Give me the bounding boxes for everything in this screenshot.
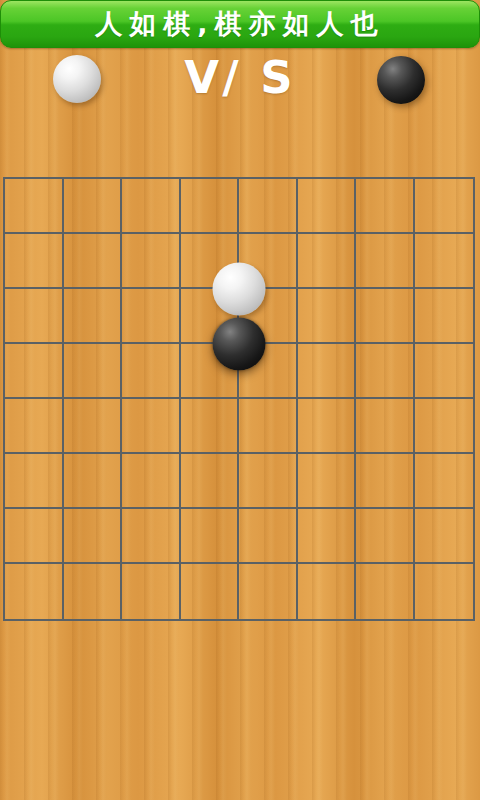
board-cell[interactable]	[415, 454, 474, 509]
board-cell[interactable]	[415, 344, 474, 399]
board-cell[interactable]	[64, 179, 123, 234]
board-cell[interactable]	[415, 399, 474, 454]
board-cell[interactable]	[64, 399, 123, 454]
board-cell[interactable]	[64, 289, 123, 344]
board-cell[interactable]	[181, 344, 240, 399]
board-cell[interactable]	[415, 289, 474, 344]
board-cell[interactable]	[356, 399, 415, 454]
board-cell[interactable]	[181, 564, 240, 619]
board-cell[interactable]	[5, 344, 64, 399]
board-cell[interactable]	[5, 564, 64, 619]
board-cell[interactable]	[239, 509, 298, 564]
game-board[interactable]	[3, 177, 475, 621]
board-cell[interactable]	[356, 454, 415, 509]
board-cell[interactable]	[181, 234, 240, 289]
board-cell[interactable]	[356, 344, 415, 399]
board-cell[interactable]	[122, 344, 181, 399]
board-cell[interactable]	[415, 234, 474, 289]
board-cell[interactable]	[122, 289, 181, 344]
board-cell[interactable]	[181, 289, 240, 344]
board-cell[interactable]	[415, 179, 474, 234]
board-cell[interactable]	[5, 289, 64, 344]
board-cell[interactable]	[239, 454, 298, 509]
board-cell[interactable]	[298, 564, 357, 619]
board-cell[interactable]	[415, 564, 474, 619]
board-cell[interactable]	[122, 234, 181, 289]
board-cell[interactable]	[5, 399, 64, 454]
board-cell[interactable]	[356, 234, 415, 289]
board-cell[interactable]	[64, 564, 123, 619]
board-grid	[3, 177, 475, 621]
board-cell[interactable]	[298, 344, 357, 399]
board-cell[interactable]	[239, 344, 298, 399]
players-row: V/ S	[0, 0, 480, 120]
board-cell[interactable]	[122, 564, 181, 619]
board-cell[interactable]	[122, 179, 181, 234]
board-cell[interactable]	[181, 454, 240, 509]
board-cell[interactable]	[298, 289, 357, 344]
board-cell[interactable]	[298, 234, 357, 289]
board-cell[interactable]	[239, 234, 298, 289]
board-cell[interactable]	[298, 454, 357, 509]
board-cell[interactable]	[5, 234, 64, 289]
board-cell[interactable]	[122, 509, 181, 564]
board-cell[interactable]	[298, 509, 357, 564]
board-cell[interactable]	[298, 399, 357, 454]
board-cell[interactable]	[239, 179, 298, 234]
board-cell[interactable]	[239, 399, 298, 454]
board-cell[interactable]	[239, 289, 298, 344]
black-player-stone-icon	[377, 56, 425, 104]
board-cell[interactable]	[64, 509, 123, 564]
board-cell[interactable]	[298, 179, 357, 234]
board-cell[interactable]	[181, 509, 240, 564]
board-cell[interactable]	[5, 179, 64, 234]
board-cell[interactable]	[181, 179, 240, 234]
board-cell[interactable]	[122, 399, 181, 454]
board-cell[interactable]	[5, 509, 64, 564]
board-cell[interactable]	[5, 454, 64, 509]
board-cell[interactable]	[64, 454, 123, 509]
board-cell[interactable]	[356, 289, 415, 344]
board-cell[interactable]	[356, 564, 415, 619]
board-cell[interactable]	[356, 179, 415, 234]
board-cell[interactable]	[122, 454, 181, 509]
app-screen: 人如棋,棋亦如人也 V/ S	[0, 0, 480, 800]
board-cell[interactable]	[64, 344, 123, 399]
board-cell[interactable]	[356, 509, 415, 564]
board-cell[interactable]	[64, 234, 123, 289]
board-cell[interactable]	[181, 399, 240, 454]
board-cell[interactable]	[239, 564, 298, 619]
board-cell[interactable]	[415, 509, 474, 564]
